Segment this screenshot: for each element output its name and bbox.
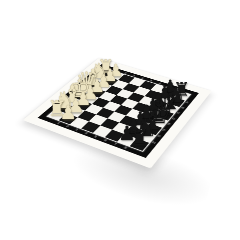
rank-label: 5 xyxy=(149,80,153,82)
rank-label: 3 xyxy=(132,74,136,76)
piece-black-rook[interactable]: ♜ xyxy=(129,126,149,148)
rank-label: 5 xyxy=(93,135,98,138)
rank-label: 2 xyxy=(124,72,128,74)
piece-white-pawn[interactable]: ♟ xyxy=(59,103,76,122)
file-label: G xyxy=(157,135,161,138)
rank-label: 3 xyxy=(75,128,80,131)
rank-label: 2 xyxy=(65,125,70,128)
rank-label: 6 xyxy=(103,139,108,142)
rank-label: 4 xyxy=(141,77,145,79)
rank-label: 4 xyxy=(84,132,89,135)
rank-label: 8 xyxy=(123,146,128,149)
scene: 1234567812345678ABCDEFGHABCDEFGH ♜♟♟♜♞♟♟… xyxy=(0,0,240,240)
